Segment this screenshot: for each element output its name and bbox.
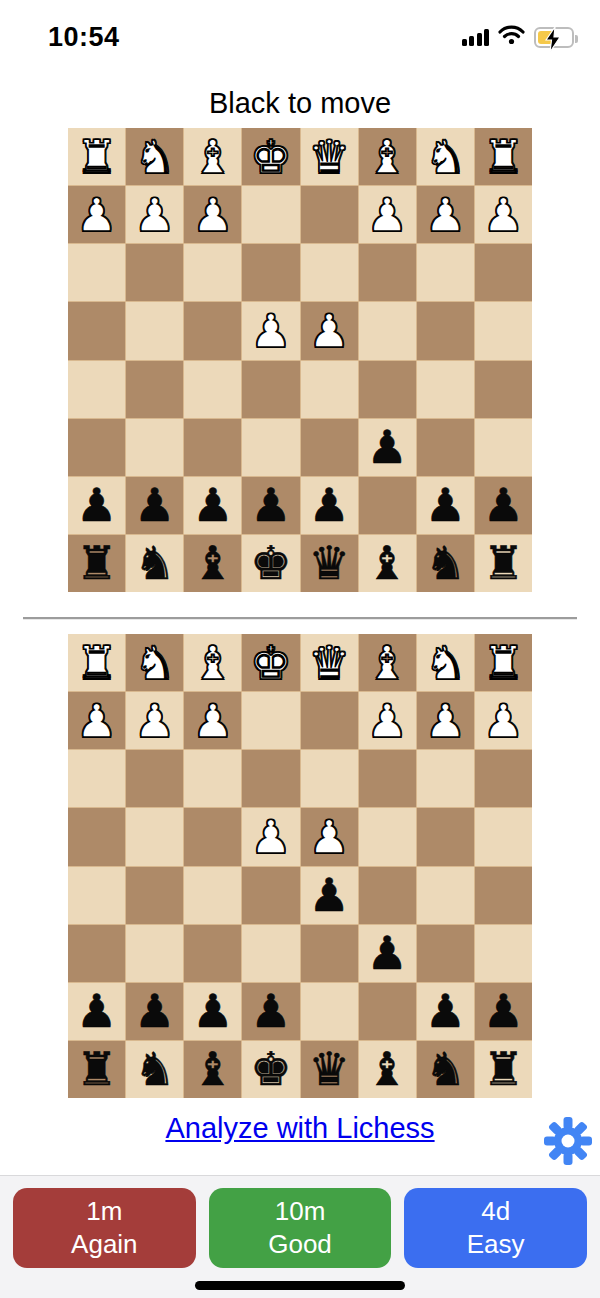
square [301,983,358,1040]
square: ♛ [301,634,358,691]
status-bar: 10:54 [0,0,600,60]
white-bishop-piece: ♝ [367,134,408,180]
white-bishop-piece: ♝ [367,640,408,686]
white-rook-piece: ♜ [76,134,117,180]
square [475,244,532,301]
again-button[interactable]: 1m Again [13,1188,196,1268]
white-pawn-piece: ♟ [308,308,349,354]
white-knight-piece: ♞ [425,134,466,180]
square [359,808,416,865]
white-rook-piece: ♜ [76,640,117,686]
square [301,419,358,476]
gear-icon [543,1116,593,1166]
square: ♝ [359,535,416,592]
square [475,867,532,924]
square [242,750,299,807]
square [184,808,241,865]
easy-interval: 4d [481,1195,510,1228]
again-interval: 1m [86,1195,122,1228]
square [184,302,241,359]
square [475,750,532,807]
square: ♞ [126,128,183,185]
square [417,244,474,301]
white-queen-piece: ♛ [308,134,349,180]
black-rook-piece: ♜ [483,540,524,586]
square: ♟ [301,808,358,865]
analyze-with-lichess-link[interactable]: Analyze with Lichess [0,1110,600,1146]
square [417,419,474,476]
square [126,302,183,359]
square [301,244,358,301]
square [359,867,416,924]
square: ♟ [184,983,241,1040]
good-interval: 10m [275,1195,326,1228]
square [184,925,241,982]
square [126,808,183,865]
square: ♟ [475,983,532,1040]
square [242,692,299,749]
square: ♟ [242,983,299,1040]
square: ♟ [301,477,358,534]
square [359,302,416,359]
square [126,244,183,301]
square [68,419,125,476]
square: ♜ [68,634,125,691]
white-king-piece: ♚ [250,640,291,686]
square: ♜ [68,535,125,592]
square [126,867,183,924]
black-rook-piece: ♜ [483,1046,524,1092]
easy-button[interactable]: 4d Easy [404,1188,587,1268]
square: ♟ [242,808,299,865]
square [184,750,241,807]
question-board: ♜♞♝♚♛♝♞♜♟♟♟♟♟♟♟♟♟♟♟♟♟♟♟♟♜♞♝♚♛♝♞♜ [68,128,532,592]
square: ♞ [417,128,474,185]
black-bishop-piece: ♝ [367,540,408,586]
white-rook-piece: ♜ [483,134,524,180]
square: ♝ [184,1041,241,1098]
square: ♜ [475,634,532,691]
white-pawn-piece: ♟ [134,192,175,238]
black-pawn-piece: ♟ [483,988,524,1034]
square: ♝ [359,1041,416,1098]
square [359,983,416,1040]
square: ♝ [184,128,241,185]
square [242,419,299,476]
black-pawn-piece: ♟ [308,872,349,918]
black-queen-piece: ♛ [308,540,349,586]
white-pawn-piece: ♟ [76,192,117,238]
black-pawn-piece: ♟ [250,482,291,528]
square: ♝ [184,634,241,691]
white-pawn-piece: ♟ [425,192,466,238]
square: ♟ [126,186,183,243]
clock-time: 10:54 [48,22,120,53]
square [417,808,474,865]
black-pawn-piece: ♟ [425,988,466,1034]
square [184,244,241,301]
page-title: Black to move [0,86,600,120]
white-pawn-piece: ♟ [76,698,117,744]
lightning-bolt-icon [545,27,561,52]
white-knight-piece: ♞ [425,640,466,686]
black-king-piece: ♚ [250,1046,291,1092]
square [417,302,474,359]
board-divider [23,617,577,619]
square [359,750,416,807]
white-pawn-piece: ♟ [192,698,233,744]
square [301,750,358,807]
square [68,750,125,807]
white-pawn-piece: ♟ [425,698,466,744]
square: ♞ [417,1041,474,1098]
square: ♚ [242,1041,299,1098]
square [242,867,299,924]
black-bishop-piece: ♝ [192,1046,233,1092]
black-pawn-piece: ♟ [134,988,175,1034]
square: ♟ [417,983,474,1040]
black-knight-piece: ♞ [134,1046,175,1092]
white-king-piece: ♚ [250,134,291,180]
square: ♟ [68,983,125,1040]
white-knight-piece: ♞ [134,134,175,180]
square [126,419,183,476]
white-pawn-piece: ♟ [483,192,524,238]
square [417,361,474,418]
white-pawn-piece: ♟ [250,308,291,354]
square: ♝ [359,128,416,185]
white-pawn-piece: ♟ [367,192,408,238]
square: ♟ [359,692,416,749]
square: ♟ [359,925,416,982]
square: ♚ [242,128,299,185]
square: ♜ [68,1041,125,1098]
square: ♝ [184,535,241,592]
white-pawn-piece: ♟ [192,192,233,238]
white-bishop-piece: ♝ [192,134,233,180]
again-label: Again [71,1228,138,1261]
black-pawn-piece: ♟ [192,988,233,1034]
white-rook-piece: ♜ [483,640,524,686]
square: ♟ [475,692,532,749]
black-pawn-piece: ♟ [367,930,408,976]
square [301,692,358,749]
black-pawn-piece: ♟ [308,482,349,528]
square: ♞ [417,535,474,592]
square: ♜ [68,128,125,185]
square [126,925,183,982]
square [68,302,125,359]
square: ♞ [126,634,183,691]
square: ♟ [184,692,241,749]
square: ♟ [126,692,183,749]
black-rook-piece: ♜ [76,1046,117,1092]
square [184,419,241,476]
link-row: Analyze with Lichess [0,1110,600,1172]
black-pawn-piece: ♟ [76,482,117,528]
square [475,419,532,476]
black-pawn-piece: ♟ [76,988,117,1034]
square: ♟ [68,692,125,749]
black-king-piece: ♚ [250,540,291,586]
white-pawn-piece: ♟ [483,698,524,744]
square: ♟ [301,302,358,359]
black-knight-piece: ♞ [134,540,175,586]
signal-icon [462,28,490,46]
black-pawn-piece: ♟ [483,482,524,528]
good-button[interactable]: 10m Good [209,1188,392,1268]
black-pawn-piece: ♟ [250,988,291,1034]
white-bishop-piece: ♝ [192,640,233,686]
square: ♟ [242,477,299,534]
square: ♛ [301,535,358,592]
square [475,808,532,865]
square: ♚ [242,634,299,691]
square: ♟ [417,186,474,243]
black-knight-piece: ♞ [425,540,466,586]
settings-button[interactable] [543,1116,593,1166]
battery-charging-icon [534,27,574,48]
square: ♟ [184,477,241,534]
square [359,244,416,301]
square: ♝ [359,634,416,691]
square [68,925,125,982]
white-queen-piece: ♛ [308,640,349,686]
square [417,750,474,807]
square: ♜ [475,535,532,592]
square: ♚ [242,535,299,592]
square [301,186,358,243]
square [359,477,416,534]
black-knight-piece: ♞ [425,1046,466,1092]
square [242,244,299,301]
square [475,925,532,982]
white-pawn-piece: ♟ [250,814,291,860]
home-indicator[interactable] [195,1281,405,1290]
square [301,925,358,982]
wifi-icon [498,25,525,49]
square [301,361,358,418]
square [242,925,299,982]
answer-board: ♜♞♝♚♛♝♞♜♟♟♟♟♟♟♟♟♟♟♟♟♟♟♟♟♜♞♝♚♛♝♞♜ [68,634,532,1098]
white-pawn-piece: ♟ [367,698,408,744]
square: ♞ [126,535,183,592]
square: ♞ [417,634,474,691]
square [184,361,241,418]
square [242,186,299,243]
square [126,750,183,807]
status-icons [462,25,575,49]
square: ♟ [359,419,416,476]
square [417,867,474,924]
good-label: Good [268,1228,332,1261]
square: ♟ [417,477,474,534]
square: ♟ [126,477,183,534]
square [68,867,125,924]
square: ♜ [475,1041,532,1098]
square [359,361,416,418]
square [126,361,183,418]
white-pawn-piece: ♟ [134,698,175,744]
square: ♟ [68,186,125,243]
square [184,867,241,924]
review-buttons: 1m Again 10m Good 4d Easy [0,1176,600,1268]
easy-label: Easy [467,1228,525,1261]
square [417,925,474,982]
square: ♟ [475,186,532,243]
square: ♛ [301,128,358,185]
bottom-bar: 1m Again 10m Good 4d Easy [0,1175,600,1298]
square [475,361,532,418]
square [242,361,299,418]
square: ♟ [417,692,474,749]
black-pawn-piece: ♟ [425,482,466,528]
square: ♟ [184,186,241,243]
white-knight-piece: ♞ [134,640,175,686]
square: ♟ [359,186,416,243]
square: ♛ [301,1041,358,1098]
black-bishop-piece: ♝ [192,540,233,586]
square: ♟ [301,867,358,924]
black-pawn-piece: ♟ [192,482,233,528]
black-pawn-piece: ♟ [134,482,175,528]
square: ♟ [68,477,125,534]
black-rook-piece: ♜ [76,540,117,586]
black-bishop-piece: ♝ [367,1046,408,1092]
square [475,302,532,359]
square [68,808,125,865]
black-pawn-piece: ♟ [367,424,408,470]
black-queen-piece: ♛ [308,1046,349,1092]
white-pawn-piece: ♟ [308,814,349,860]
square: ♟ [242,302,299,359]
square: ♟ [475,477,532,534]
square [68,361,125,418]
square [68,244,125,301]
square: ♞ [126,1041,183,1098]
square: ♟ [126,983,183,1040]
square: ♜ [475,128,532,185]
